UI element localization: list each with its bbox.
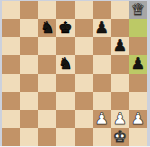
square-d6[interactable] (56, 37, 74, 55)
square-e5[interactable] (75, 55, 93, 73)
square-d2[interactable] (56, 110, 74, 128)
white-pawn[interactable]: ♟ (113, 111, 127, 127)
square-c4[interactable] (38, 74, 56, 92)
square-h7[interactable] (129, 19, 147, 37)
square-c3[interactable] (38, 92, 56, 110)
black-knight[interactable]: ♞ (40, 20, 54, 36)
square-g3[interactable] (111, 92, 129, 110)
square-f1[interactable] (93, 128, 111, 146)
square-c1[interactable] (38, 128, 56, 146)
black-pawn[interactable]: ♟ (131, 56, 145, 72)
black-pawn[interactable]: ♟ (95, 20, 109, 36)
square-e7[interactable] (75, 19, 93, 37)
square-c6[interactable] (38, 37, 56, 55)
square-a2[interactable] (2, 110, 20, 128)
square-g2[interactable]: ♟ (111, 110, 129, 128)
square-d8[interactable] (56, 1, 74, 19)
square-b4[interactable] (20, 74, 38, 92)
square-d1[interactable] (56, 128, 74, 146)
square-f2[interactable]: ♟ (93, 110, 111, 128)
chess-board: ♛♞♚♟♟♞♟♟♟♟♚ (2, 1, 147, 146)
square-f7[interactable]: ♟ (93, 19, 111, 37)
square-e4[interactable] (75, 74, 93, 92)
square-a3[interactable] (2, 92, 20, 110)
square-a6[interactable] (2, 37, 20, 55)
square-h6[interactable] (129, 37, 147, 55)
black-pawn[interactable]: ♟ (113, 38, 127, 54)
square-b1[interactable] (20, 128, 38, 146)
square-b5[interactable] (20, 55, 38, 73)
white-pawn[interactable]: ♟ (95, 111, 109, 127)
square-b2[interactable] (20, 110, 38, 128)
square-g8[interactable] (111, 1, 129, 19)
square-f3[interactable] (93, 92, 111, 110)
square-e2[interactable] (75, 110, 93, 128)
square-d4[interactable] (56, 74, 74, 92)
square-h8[interactable]: ♛ (129, 1, 147, 19)
square-c5[interactable] (38, 55, 56, 73)
square-h2[interactable]: ♟ (129, 110, 147, 128)
square-c8[interactable] (38, 1, 56, 19)
white-king[interactable]: ♚ (113, 129, 127, 145)
square-g5[interactable] (111, 55, 129, 73)
white-pawn[interactable]: ♟ (131, 111, 145, 127)
square-b3[interactable] (20, 92, 38, 110)
square-a5[interactable] (2, 55, 20, 73)
square-e6[interactable] (75, 37, 93, 55)
square-h3[interactable] (129, 92, 147, 110)
square-h1[interactable] (129, 128, 147, 146)
square-c2[interactable] (38, 110, 56, 128)
square-a4[interactable] (2, 74, 20, 92)
square-g4[interactable] (111, 74, 129, 92)
square-a7[interactable] (2, 19, 20, 37)
square-d3[interactable] (56, 92, 74, 110)
square-h4[interactable] (129, 74, 147, 92)
square-f6[interactable] (93, 37, 111, 55)
square-e1[interactable] (75, 128, 93, 146)
square-b6[interactable] (20, 37, 38, 55)
square-c7[interactable]: ♞ (38, 19, 56, 37)
black-knight[interactable]: ♞ (58, 56, 72, 72)
white-queen[interactable]: ♛ (131, 2, 145, 18)
square-h5[interactable]: ♟ (129, 55, 147, 73)
page-background: ♛♞♚♟♟♞♟♟♟♟♚ (0, 0, 150, 147)
square-e3[interactable] (75, 92, 93, 110)
square-a8[interactable] (2, 1, 20, 19)
square-f5[interactable] (93, 55, 111, 73)
square-d7[interactable]: ♚ (56, 19, 74, 37)
square-b8[interactable] (20, 1, 38, 19)
square-f4[interactable] (93, 74, 111, 92)
black-king[interactable]: ♚ (58, 20, 72, 36)
square-g1[interactable]: ♚ (111, 128, 129, 146)
square-d5[interactable]: ♞ (56, 55, 74, 73)
square-f8[interactable] (93, 1, 111, 19)
square-g7[interactable] (111, 19, 129, 37)
square-b7[interactable] (20, 19, 38, 37)
square-e8[interactable] (75, 1, 93, 19)
square-g6[interactable]: ♟ (111, 37, 129, 55)
square-a1[interactable] (2, 128, 20, 146)
